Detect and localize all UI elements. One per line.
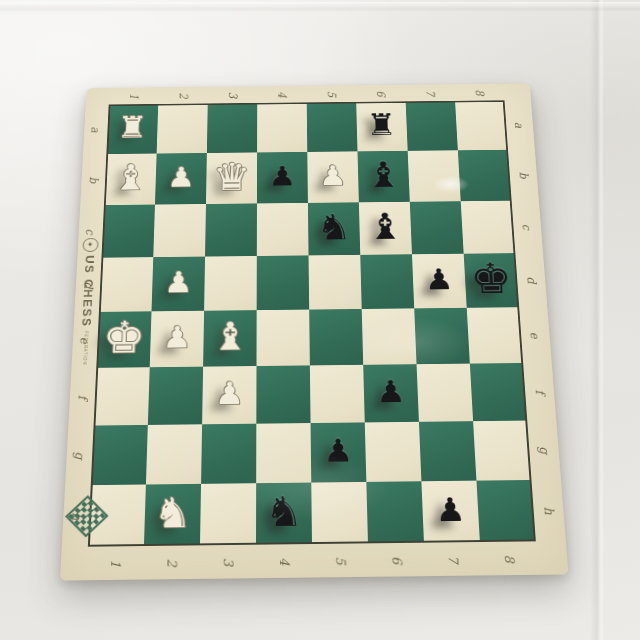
photo-backdrop: { "game": "chess", "scene": "Overhead ph… [0, 0, 640, 640]
file-label-right-f: f [523, 363, 556, 421]
file-label-left-f: f [68, 368, 96, 426]
cloth-fold [0, 2, 640, 12]
square-c4[interactable] [257, 203, 309, 256]
square-e6[interactable] [362, 308, 417, 364]
square-b8[interactable] [458, 150, 512, 201]
rank-label-bottom-8: 8 [480, 541, 538, 575]
square-f5[interactable] [310, 365, 365, 423]
square-f6[interactable]: ♟ [363, 364, 419, 422]
file-label-right-h: h [531, 480, 565, 542]
file-label-left-a: a [83, 105, 109, 155]
square-e5[interactable] [309, 309, 363, 365]
board-margin-corner [86, 88, 110, 105]
cloth-fold [590, 0, 604, 640]
file-label-right-a: a [504, 100, 534, 150]
square-f2[interactable] [148, 367, 203, 425]
square-d1[interactable] [99, 257, 153, 312]
square-a5[interactable] [307, 102, 358, 152]
square-b2[interactable]: ♟ [155, 153, 207, 205]
piece-bP-b4[interactable]: ♟ [269, 162, 297, 189]
rank-label-top-4: 4 [257, 86, 306, 103]
square-f8[interactable] [470, 363, 527, 421]
square-h8[interactable] [476, 480, 535, 542]
square-e3[interactable]: ♝ [203, 310, 257, 366]
square-b1[interactable]: ♝ [104, 154, 157, 206]
board-margin-corner [536, 541, 569, 575]
square-a6[interactable]: ♜ [356, 101, 408, 151]
square-g8[interactable] [473, 421, 531, 481]
rank-label-top-6: 6 [356, 85, 406, 102]
chess-board: 12345678a♜♜ab♝♟♛♟♟♝bc♞♝cd♟♟♚de♚♟♝ef♟♟fg♟… [60, 83, 568, 580]
piece-wQ-b3[interactable]: ♛ [212, 158, 250, 196]
file-label-right-b: b [508, 149, 539, 200]
rank-label-bottom-5: 5 [312, 543, 369, 577]
square-g3[interactable] [201, 424, 256, 484]
piece-wP-e2[interactable]: ♟ [162, 322, 192, 352]
piece-bN-c5[interactable]: ♞ [316, 209, 352, 245]
piece-bP-f6[interactable]: ♟ [376, 376, 406, 407]
file-label-right-c: c [512, 200, 543, 253]
square-e1[interactable]: ♚ [96, 311, 151, 368]
piece-wB-e3[interactable]: ♝ [211, 317, 249, 356]
square-b7[interactable] [408, 150, 461, 201]
piece-wP-b5[interactable]: ♟ [319, 162, 347, 189]
file-label-left-g: g [65, 426, 93, 486]
square-h1[interactable] [88, 484, 146, 546]
square-c1[interactable] [101, 205, 154, 258]
square-c8[interactable] [461, 201, 516, 254]
rank-label-bottom-6: 6 [368, 543, 425, 577]
square-g2[interactable] [146, 424, 202, 484]
square-d7[interactable]: ♟ [412, 254, 467, 309]
square-e2[interactable]: ♟ [150, 311, 204, 367]
piece-wP-d2[interactable]: ♟ [164, 268, 193, 297]
square-c6[interactable]: ♝ [359, 202, 412, 255]
square-f1[interactable] [94, 367, 150, 425]
square-a7[interactable] [406, 101, 458, 151]
square-a3[interactable] [207, 103, 257, 153]
piece-bB-b6[interactable]: ♝ [365, 157, 402, 192]
square-h4[interactable]: ♞ [256, 483, 312, 545]
square-a2[interactable] [157, 103, 208, 153]
square-b3[interactable]: ♛ [206, 152, 257, 204]
rank-label-bottom-2: 2 [143, 545, 200, 579]
file-label-right-d: d [515, 253, 547, 307]
file-label-right-e: e [519, 307, 552, 363]
square-d8[interactable]: ♚ [464, 253, 520, 308]
square-h6[interactable] [366, 481, 424, 543]
piece-wP-f3[interactable]: ♟ [215, 378, 245, 409]
piece-bP-d7[interactable]: ♟ [424, 265, 454, 294]
square-e7[interactable] [414, 308, 470, 364]
square-g6[interactable] [365, 422, 422, 482]
square-h5[interactable] [311, 482, 368, 544]
square-b5[interactable]: ♟ [307, 151, 359, 203]
piece-bP-h7[interactable]: ♟ [434, 493, 466, 526]
file-label-left-b: b [80, 154, 106, 205]
square-d5[interactable] [309, 255, 362, 310]
piece-bR-a6[interactable]: ♜ [366, 110, 397, 140]
square-c2[interactable] [153, 204, 206, 257]
file-label-left-c: c [77, 205, 104, 258]
square-b6[interactable]: ♝ [357, 151, 409, 202]
square-d6[interactable] [360, 254, 414, 309]
square-g5[interactable]: ♟ [311, 422, 367, 482]
piece-wN-h2[interactable]: ♞ [153, 492, 192, 534]
square-h3[interactable] [200, 483, 256, 545]
piece-bK-d8[interactable]: ♚ [469, 257, 513, 300]
board-perspective-wrap: 12345678a♜♜ab♝♟♛♟♟♝bc♞♝cd♟♟♚de♚♟♝ef♟♟fg♟… [60, 83, 568, 580]
rank-label-bottom-7: 7 [424, 542, 482, 576]
square-g4[interactable] [256, 423, 311, 483]
square-b4[interactable]: ♟ [257, 152, 308, 204]
piece-wR-a1[interactable]: ♜ [117, 113, 149, 143]
piece-bN-h4[interactable]: ♞ [265, 491, 303, 533]
rank-label-top-3: 3 [208, 86, 258, 103]
square-e4[interactable] [256, 310, 309, 366]
board-margin-corner [60, 547, 88, 581]
rank-label-top-8: 8 [454, 84, 504, 101]
square-f3[interactable]: ♟ [202, 366, 256, 424]
piece-wK-e1[interactable]: ♚ [102, 316, 146, 360]
rank-label-top-5: 5 [307, 85, 357, 102]
square-a4[interactable] [257, 102, 307, 152]
square-c7[interactable] [410, 201, 464, 254]
square-g7[interactable] [419, 421, 477, 481]
file-label-left-h: h [62, 485, 91, 547]
piece-bB-c6[interactable]: ♝ [367, 208, 404, 244]
piece-wP-b2[interactable]: ♟ [167, 163, 195, 190]
file-label-left-e: e [71, 312, 98, 368]
square-e8[interactable] [467, 307, 523, 363]
board-margin-corner [503, 83, 531, 100]
file-label-left-d: d [74, 258, 101, 312]
square-d3[interactable] [204, 256, 257, 311]
square-f7[interactable] [417, 364, 474, 422]
square-c3[interactable] [205, 203, 257, 256]
square-a1[interactable]: ♜ [106, 104, 158, 154]
square-d2[interactable]: ♟ [152, 257, 206, 312]
rank-label-top-2: 2 [158, 87, 208, 104]
rank-label-bottom-1: 1 [86, 546, 144, 580]
square-c5[interactable]: ♞ [308, 202, 360, 255]
rank-label-top-7: 7 [405, 84, 455, 101]
square-f4[interactable] [256, 365, 310, 423]
piece-bP-g5[interactable]: ♟ [323, 434, 353, 466]
square-a8[interactable] [455, 100, 508, 150]
piece-wB-b1[interactable]: ♝ [112, 160, 149, 195]
rank-label-bottom-4: 4 [256, 544, 313, 578]
square-d4[interactable] [257, 255, 310, 310]
square-g1[interactable] [91, 425, 148, 485]
rank-label-top-1: 1 [109, 87, 159, 104]
square-h7[interactable]: ♟ [421, 481, 480, 543]
file-label-right-g: g [527, 420, 561, 480]
square-h2[interactable]: ♞ [144, 484, 201, 546]
rank-label-bottom-3: 3 [199, 545, 256, 579]
